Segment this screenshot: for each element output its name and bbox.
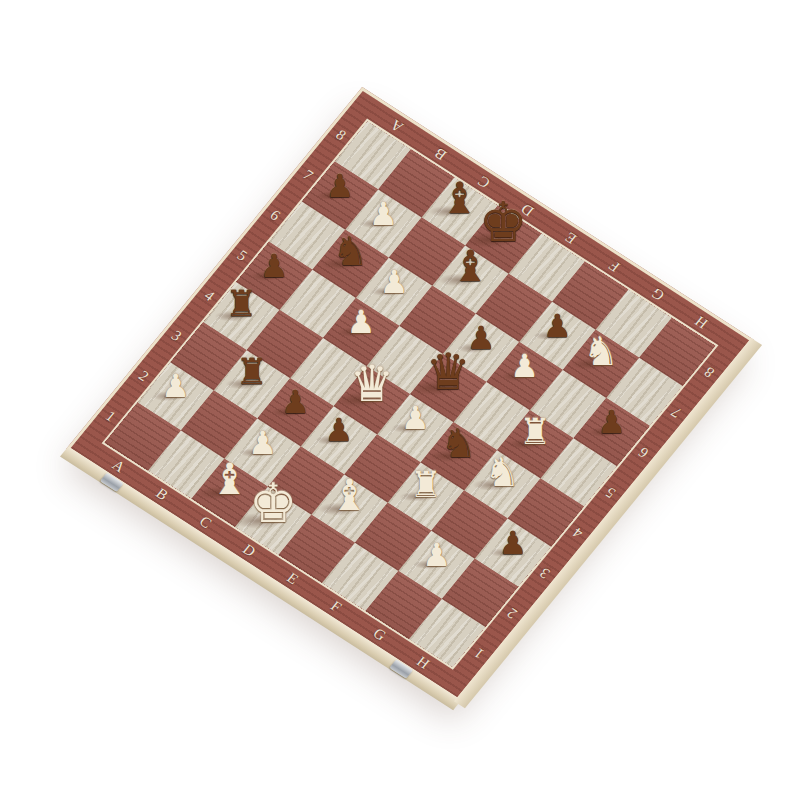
chess-board: 88AA77BB66CC55DD44EE33FF22GG11HH: [66, 87, 753, 701]
board-grid: [105, 121, 716, 667]
product-photo-stage: 88AA77BB66CC55DD44EE33FF22GG11HH ♟♝♟♚♞♟♝…: [0, 0, 800, 800]
